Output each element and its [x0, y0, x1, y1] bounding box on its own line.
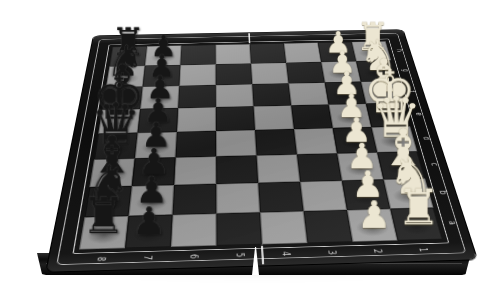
chess-board: ♜♟♟♜♞♟♟♞♝♟♟♝♚♟♟♚♛♟♟♛♝♟♟♝♞♟♟♞♜♟♟♜ 8765432…	[46, 30, 476, 272]
square-h4	[250, 43, 286, 63]
square-c4	[257, 154, 301, 182]
square-b6	[173, 184, 217, 215]
square-c3	[297, 153, 342, 181]
square-d4	[255, 129, 297, 155]
square-d3	[294, 128, 337, 154]
square-g6	[179, 64, 216, 86]
square-a4	[260, 211, 307, 244]
product-photo-scene: ♜♟♟♜♞♟♟♞♝♟♟♝♚♟♟♚♛♟♟♛♝♟♟♝♞♟♟♞♜♟♟♜ 8765432…	[0, 0, 500, 297]
square-c6	[174, 156, 216, 185]
square-a7: ♟	[125, 215, 172, 249]
file-label-g: g	[387, 67, 424, 74]
square-h5	[216, 44, 251, 64]
square-e3	[291, 105, 333, 129]
square-a3	[304, 210, 353, 243]
board-frame: ♜♟♟♜♞♟♟♞♝♟♟♝♚♟♟♚♛♟♟♛♝♟♟♝♞♟♟♞♜♟♟♜ 8765432…	[46, 30, 476, 272]
square-g4	[251, 63, 289, 84]
square-a8: ♜	[79, 216, 128, 250]
square-a1: ♜	[390, 208, 442, 241]
black-rook: ♜	[81, 191, 126, 241]
file-label-h: h	[381, 47, 417, 53]
white-pawn: ♟	[357, 196, 391, 234]
square-a2: ♟	[347, 209, 398, 242]
white-rook: ♜	[396, 183, 440, 232]
square-a5	[216, 212, 262, 245]
square-c5	[216, 155, 258, 183]
black-pawn: ♟	[131, 202, 165, 240]
square-d5	[216, 130, 257, 156]
square-a6	[171, 214, 217, 247]
square-g5	[216, 64, 253, 86]
